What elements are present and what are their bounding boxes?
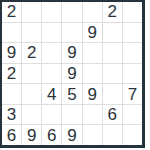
cell-r6-c3[interactable]: 9	[62, 125, 81, 145]
cell-r5-c5[interactable]: 6	[103, 105, 122, 125]
cell-r6-c0[interactable]: 6	[2, 125, 21, 145]
cell-r3-c5[interactable]	[103, 64, 122, 84]
cell-r5-c4[interactable]	[83, 105, 102, 125]
cell-r6-c2[interactable]: 6	[42, 125, 61, 145]
cell-r2-c6[interactable]	[123, 43, 142, 63]
cell-r0-c5[interactable]: 2	[103, 2, 122, 22]
cell-r4-c4[interactable]: 9	[83, 84, 102, 104]
cell-r1-c2[interactable]	[42, 23, 61, 43]
cell-r6-c4[interactable]	[83, 125, 102, 145]
cell-r6-c1[interactable]: 9	[22, 125, 41, 145]
cell-r4-c2[interactable]: 4	[42, 84, 61, 104]
cell-r0-c2[interactable]	[42, 2, 61, 22]
cell-r3-c1[interactable]	[22, 64, 41, 84]
cell-r2-c2[interactable]	[42, 43, 61, 63]
cell-r2-c1[interactable]: 2	[22, 43, 41, 63]
cell-r5-c0[interactable]: 3	[2, 105, 21, 125]
cell-r1-c5[interactable]	[103, 23, 122, 43]
cell-r4-c1[interactable]	[22, 84, 41, 104]
cell-r5-c2[interactable]	[42, 105, 61, 125]
cell-r4-c5[interactable]	[103, 84, 122, 104]
page-background: 229929294597366969	[0, 0, 150, 150]
cell-r4-c3[interactable]: 5	[62, 84, 81, 104]
cell-r3-c2[interactable]	[42, 64, 61, 84]
cell-r1-c3[interactable]	[62, 23, 81, 43]
cell-r5-c3[interactable]	[62, 105, 81, 125]
cell-r2-c0[interactable]: 9	[2, 43, 21, 63]
cell-r3-c6[interactable]	[123, 64, 142, 84]
cell-r1-c0[interactable]	[2, 23, 21, 43]
cell-r0-c3[interactable]	[62, 2, 81, 22]
cell-r0-c1[interactable]	[22, 2, 41, 22]
cell-r1-c6[interactable]	[123, 23, 142, 43]
cell-r5-c1[interactable]	[22, 105, 41, 125]
cell-r2-c3[interactable]: 9	[62, 43, 81, 63]
cell-r6-c6[interactable]	[123, 125, 142, 145]
sudoku-board: 229929294597366969	[0, 0, 145, 148]
cell-r0-c6[interactable]	[123, 2, 142, 22]
cell-r6-c5[interactable]	[103, 125, 122, 145]
cell-r1-c1[interactable]	[22, 23, 41, 43]
cell-r1-c4[interactable]: 9	[83, 23, 102, 43]
cell-r0-c0[interactable]: 2	[2, 2, 21, 22]
cell-r5-c6[interactable]	[123, 105, 142, 125]
cell-r2-c5[interactable]	[103, 43, 122, 63]
cell-r4-c6[interactable]: 7	[123, 84, 142, 104]
cell-r3-c3[interactable]: 9	[62, 64, 81, 84]
cell-r3-c0[interactable]: 2	[2, 64, 21, 84]
cell-r4-c0[interactable]	[2, 84, 21, 104]
cell-r0-c4[interactable]	[83, 2, 102, 22]
cell-r2-c4[interactable]	[83, 43, 102, 63]
cell-r3-c4[interactable]	[83, 64, 102, 84]
